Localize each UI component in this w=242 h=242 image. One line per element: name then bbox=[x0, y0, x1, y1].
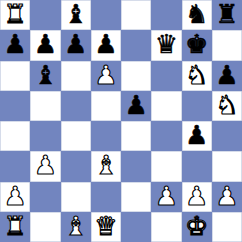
square-d7[interactable]: ♟ bbox=[91, 30, 121, 60]
square-d2[interactable] bbox=[91, 182, 121, 212]
square-f4[interactable] bbox=[151, 121, 181, 151]
piece-black-pawn: ♟ bbox=[215, 62, 238, 88]
square-c8[interactable]: ♝ bbox=[61, 0, 91, 30]
piece-white-rook: ♜ bbox=[3, 213, 26, 239]
piece-white-queen: ♛ bbox=[94, 213, 117, 239]
square-g7[interactable]: ♚ bbox=[182, 30, 212, 60]
piece-white-pawn: ♟ bbox=[94, 62, 117, 88]
square-g1[interactable]: ♚ bbox=[182, 212, 212, 242]
square-g5[interactable] bbox=[182, 91, 212, 121]
square-e8[interactable] bbox=[121, 0, 151, 30]
square-c2[interactable] bbox=[61, 182, 91, 212]
square-a1[interactable]: ♜ bbox=[0, 212, 30, 242]
square-e4[interactable] bbox=[121, 121, 151, 151]
square-f5[interactable] bbox=[151, 91, 181, 121]
square-g3[interactable] bbox=[182, 151, 212, 181]
square-a7[interactable]: ♟ bbox=[0, 30, 30, 60]
piece-black-king: ♚ bbox=[185, 31, 208, 57]
square-b8[interactable] bbox=[30, 0, 60, 30]
square-b3[interactable]: ♟ bbox=[30, 151, 60, 181]
square-a6[interactable] bbox=[0, 61, 30, 91]
square-a5[interactable] bbox=[0, 91, 30, 121]
square-d5[interactable] bbox=[91, 91, 121, 121]
square-h8[interactable]: ♜ bbox=[212, 0, 242, 30]
square-a3[interactable] bbox=[0, 151, 30, 181]
piece-black-pawn: ♟ bbox=[94, 31, 117, 57]
piece-black-pawn: ♟ bbox=[3, 31, 26, 57]
square-f7[interactable]: ♛ bbox=[151, 30, 181, 60]
square-c5[interactable] bbox=[61, 91, 91, 121]
piece-white-bishop: ♝ bbox=[64, 213, 87, 239]
piece-white-pawn: ♟ bbox=[3, 183, 26, 209]
piece-black-bishop: ♝ bbox=[34, 62, 57, 88]
square-d3[interactable]: ♝ bbox=[91, 151, 121, 181]
square-g8[interactable]: ♞ bbox=[182, 0, 212, 30]
chess-board: ♜♝♞♜♟♟♟♟♛♚♝♟♞♟♟♞♟♟♝♟♟♟♟♜♝♛♚ bbox=[0, 0, 242, 242]
square-d8[interactable] bbox=[91, 0, 121, 30]
square-h5[interactable]: ♞ bbox=[212, 91, 242, 121]
square-f2[interactable]: ♟ bbox=[151, 182, 181, 212]
square-g2[interactable]: ♟ bbox=[182, 182, 212, 212]
piece-black-pawn: ♟ bbox=[124, 92, 147, 118]
square-f6[interactable] bbox=[151, 61, 181, 91]
piece-black-knight: ♞ bbox=[185, 1, 208, 27]
piece-black-bishop: ♝ bbox=[64, 1, 87, 27]
square-h6[interactable]: ♟ bbox=[212, 61, 242, 91]
square-e3[interactable] bbox=[121, 151, 151, 181]
square-c7[interactable]: ♟ bbox=[61, 30, 91, 60]
square-c3[interactable] bbox=[61, 151, 91, 181]
square-c4[interactable] bbox=[61, 121, 91, 151]
piece-white-bishop: ♝ bbox=[94, 152, 117, 178]
square-b1[interactable] bbox=[30, 212, 60, 242]
square-c1[interactable]: ♝ bbox=[61, 212, 91, 242]
square-h7[interactable] bbox=[212, 30, 242, 60]
square-a2[interactable]: ♟ bbox=[0, 182, 30, 212]
square-a4[interactable] bbox=[0, 121, 30, 151]
square-b5[interactable] bbox=[30, 91, 60, 121]
piece-black-pawn: ♟ bbox=[34, 31, 57, 57]
square-e1[interactable] bbox=[121, 212, 151, 242]
square-h3[interactable] bbox=[212, 151, 242, 181]
square-a8[interactable]: ♜ bbox=[0, 0, 30, 30]
piece-white-pawn: ♟ bbox=[34, 152, 57, 178]
piece-white-pawn: ♟ bbox=[185, 183, 208, 209]
square-b4[interactable] bbox=[30, 121, 60, 151]
square-c6[interactable] bbox=[61, 61, 91, 91]
square-g4[interactable]: ♟ bbox=[182, 121, 212, 151]
square-f8[interactable] bbox=[151, 0, 181, 30]
piece-white-king: ♚ bbox=[185, 213, 208, 239]
piece-white-pawn: ♟ bbox=[215, 183, 238, 209]
square-d4[interactable] bbox=[91, 121, 121, 151]
piece-white-knight: ♞ bbox=[185, 62, 208, 88]
square-b6[interactable]: ♝ bbox=[30, 61, 60, 91]
square-d1[interactable]: ♛ bbox=[91, 212, 121, 242]
square-f1[interactable] bbox=[151, 212, 181, 242]
square-d6[interactable]: ♟ bbox=[91, 61, 121, 91]
square-h4[interactable] bbox=[212, 121, 242, 151]
square-g6[interactable]: ♞ bbox=[182, 61, 212, 91]
piece-black-rook: ♜ bbox=[215, 1, 238, 27]
square-e7[interactable] bbox=[121, 30, 151, 60]
piece-black-queen: ♛ bbox=[155, 31, 178, 57]
piece-white-pawn: ♟ bbox=[155, 183, 178, 209]
square-h2[interactable]: ♟ bbox=[212, 182, 242, 212]
square-h1[interactable] bbox=[212, 212, 242, 242]
square-e2[interactable] bbox=[121, 182, 151, 212]
square-f3[interactable] bbox=[151, 151, 181, 181]
square-b2[interactable] bbox=[30, 182, 60, 212]
piece-white-knight: ♞ bbox=[215, 92, 238, 118]
square-e6[interactable] bbox=[121, 61, 151, 91]
square-e5[interactable]: ♟ bbox=[121, 91, 151, 121]
square-b7[interactable]: ♟ bbox=[30, 30, 60, 60]
piece-black-pawn: ♟ bbox=[185, 122, 208, 148]
piece-white-rook: ♜ bbox=[3, 1, 26, 27]
piece-black-pawn: ♟ bbox=[64, 31, 87, 57]
